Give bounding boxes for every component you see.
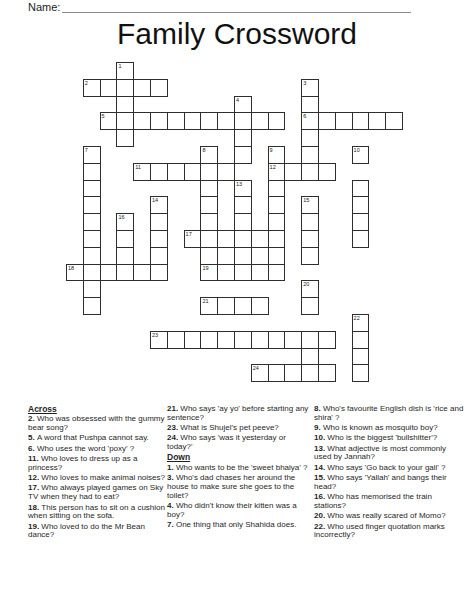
grid-cell-r1c3[interactable]: [116, 79, 134, 97]
grid-cell-r14c8[interactable]: 21: [200, 297, 218, 315]
clue-number: 22.: [314, 522, 327, 531]
cell-number-6: 6: [303, 113, 306, 119]
cell-number-21: 21: [202, 298, 208, 304]
clue-down-22: 22. Who used finger quotation marks inco…: [314, 523, 464, 541]
grid-cell-r8c17[interactable]: [352, 196, 370, 214]
cell-number-9: 9: [270, 147, 273, 153]
grid-cell-r5c8[interactable]: 8: [200, 146, 218, 164]
grid-cell-r0c3[interactable]: 1: [116, 62, 134, 80]
clue-down-14: 14. Who says 'Go back to your gali' ?: [314, 464, 464, 473]
clue-down-13: 13. What adjective is most commonly used…: [314, 445, 464, 463]
cell-number-4: 4: [236, 97, 239, 103]
grid-cell-r5c12[interactable]: 9: [268, 146, 286, 164]
grid-cell-r3c11[interactable]: [251, 112, 269, 130]
grid-cell-r3c6[interactable]: [167, 112, 185, 130]
grid-cell-r10c1[interactable]: [83, 230, 101, 248]
grid-cell-r16c10[interactable]: [234, 331, 252, 349]
grid-cell-r1c2[interactable]: [100, 79, 118, 97]
grid-cell-r16c6[interactable]: [167, 331, 185, 349]
grid-cell-r11c8[interactable]: [200, 247, 218, 265]
clue-down-20: 20. Who was really scared of Momo?: [314, 512, 464, 521]
grid-cell-r16c15[interactable]: [318, 331, 336, 349]
clue-across-18: 18. This person has to sit on a cushion …: [28, 504, 165, 522]
grid-cell-r18c17[interactable]: [352, 364, 370, 382]
grid-cell-r13c1[interactable]: [83, 280, 101, 298]
grid-cell-r3c12[interactable]: [268, 112, 286, 130]
grid-cell-r8c1[interactable]: [83, 196, 101, 214]
grid-cell-r10c5[interactable]: [150, 230, 168, 248]
grid-cell-r9c17[interactable]: [352, 213, 370, 231]
grid-cell-r12c1[interactable]: [83, 264, 101, 282]
grid-cell-r15c17[interactable]: 22: [352, 314, 370, 332]
grid-cell-r1c14[interactable]: 3: [301, 79, 319, 97]
clue-across-24: 24. Who says 'was it yesterday or today?…: [167, 434, 313, 452]
grid-cell-r18c14[interactable]: [301, 364, 319, 382]
cell-number-19: 19: [202, 265, 208, 271]
clue-column-2: 21. Who says 'ay yo' before starting any…: [167, 405, 313, 531]
clue-number: 10.: [314, 433, 327, 442]
grid-cell-r18c15[interactable]: [318, 364, 336, 382]
grid-cell-r12c11[interactable]: [251, 264, 269, 282]
grid-cell-r3c19[interactable]: [385, 112, 403, 130]
grid-cell-r14c1[interactable]: [83, 297, 101, 315]
clue-across-17: 17. Who always played games on Sky TV wh…: [28, 484, 165, 502]
grid-cell-r14c11[interactable]: [251, 297, 269, 315]
clue-number: 11.: [28, 454, 41, 463]
clue-number: 24.: [167, 433, 180, 442]
clue-number: 21.: [167, 404, 180, 413]
clue-across-23: 23. What is Shujel's pet peeve?: [167, 424, 313, 433]
grid-cell-r8c5[interactable]: 14: [150, 196, 168, 214]
grid-cell-r12c9[interactable]: [217, 264, 235, 282]
grid-cell-r11c3[interactable]: [116, 247, 134, 265]
grid-cell-r10c14[interactable]: [301, 230, 319, 248]
grid-cell-r9c10[interactable]: [234, 213, 252, 231]
cell-number-22: 22: [354, 315, 360, 321]
grid-cell-r4c3[interactable]: [116, 129, 134, 147]
clue-column-3: 8. Who's favourite English dish is 'rice…: [314, 405, 464, 542]
grid-cell-r11c14[interactable]: [301, 247, 319, 265]
cell-number-23: 23: [152, 332, 158, 338]
grid-cell-r7c10[interactable]: 13: [234, 180, 252, 198]
clue-number: 3.: [167, 473, 176, 482]
grid-cell-r8c8[interactable]: [200, 196, 218, 214]
grid-cell-r16c5[interactable]: 23: [150, 331, 168, 349]
clue-number: 14.: [314, 463, 327, 472]
clue-number: 17.: [28, 483, 41, 492]
clue-number: 20.: [314, 511, 327, 520]
grid-cell-r2c10[interactable]: 4: [234, 96, 252, 114]
grid-cell-r7c8[interactable]: [200, 180, 218, 198]
cell-number-7: 7: [85, 147, 88, 153]
grid-cell-r2c3[interactable]: [116, 96, 134, 114]
grid-cell-r6c9[interactable]: [217, 163, 235, 181]
clue-number: 6.: [28, 444, 37, 453]
grid-cell-r11c12[interactable]: [268, 247, 286, 265]
cell-number-10: 10: [354, 147, 360, 153]
grid-cell-r11c10[interactable]: [234, 247, 252, 265]
clue-column-1: Across2. Who was obsessed with the gummy…: [28, 405, 165, 542]
grid-cell-r10c8[interactable]: [200, 230, 218, 248]
across-header: Across: [28, 405, 165, 414]
grid-cell-r3c4[interactable]: [133, 112, 151, 130]
cell-number-8: 8: [202, 147, 205, 153]
grid-cell-r16c8[interactable]: [200, 331, 218, 349]
grid-cell-r12c12[interactable]: [268, 264, 286, 282]
down-header: Down: [167, 453, 313, 462]
grid-cell-r1c4[interactable]: [133, 79, 151, 97]
clue-down-4: 4. Who didn't know their kitten was a bo…: [167, 502, 313, 520]
crossword-page: Name: Family Crossword 12345678910111213…: [0, 0, 474, 613]
name-input-line[interactable]: [62, 12, 411, 13]
grid-cell-r6c4[interactable]: 11: [133, 163, 151, 181]
grid-cell-r3c5[interactable]: [150, 112, 168, 130]
grid-cell-r9c5[interactable]: [150, 213, 168, 231]
grid-cell-r5c10[interactable]: [234, 146, 252, 164]
cell-number-16: 16: [118, 214, 124, 220]
grid-cell-r3c17[interactable]: [352, 112, 370, 130]
grid-cell-r16c11[interactable]: [251, 331, 269, 349]
grid-cell-r10c9[interactable]: [217, 230, 235, 248]
grid-cell-r7c12[interactable]: [268, 180, 286, 198]
grid-cell-r6c5[interactable]: [150, 163, 168, 181]
clue-number: 23.: [167, 423, 180, 432]
clue-number: 8.: [314, 404, 323, 413]
grid-cell-r16c7[interactable]: [184, 331, 202, 349]
grid-cell-r11c5[interactable]: [150, 247, 168, 265]
clue-number: 15.: [314, 473, 327, 482]
grid-cell-r9c1[interactable]: [83, 213, 101, 231]
clue-down-3: 3. Who's dad chases her around the house…: [167, 474, 313, 500]
grid-cell-r8c14[interactable]: 15: [301, 196, 319, 214]
grid-cell-r10c10[interactable]: [234, 230, 252, 248]
grid-cell-r10c17[interactable]: [352, 230, 370, 248]
grid-cell-r9c14[interactable]: [301, 213, 319, 231]
clue-number: 2.: [28, 414, 37, 423]
grid-cell-r8c12[interactable]: [268, 196, 286, 214]
grid-cell-r12c0[interactable]: 18: [66, 264, 84, 282]
clue-across-11: 11. Who loves to dress up as a princess?: [28, 455, 165, 473]
grid-cell-r12c4[interactable]: [133, 264, 151, 282]
grid-cell-r6c13[interactable]: [284, 163, 302, 181]
cell-number-11: 11: [135, 164, 141, 170]
cell-number-15: 15: [303, 197, 309, 203]
grid-cell-r9c8[interactable]: [200, 213, 218, 231]
grid-cell-r14c10[interactable]: [234, 297, 252, 315]
grid-cell-r7c17[interactable]: [352, 180, 370, 198]
name-row: Name:: [28, 1, 412, 15]
cell-number-13: 13: [236, 181, 242, 187]
clue-number: 16.: [314, 492, 327, 501]
grid-cell-r14c14[interactable]: [301, 297, 319, 315]
clue-number: 18.: [28, 503, 41, 512]
clue-across-5: 5. A word that Pushpa cannot say.: [28, 434, 165, 443]
grid-cell-r5c14[interactable]: [301, 146, 319, 164]
grid-cell-r6c15[interactable]: [318, 163, 336, 181]
grid-cell-r4c14[interactable]: [301, 129, 319, 147]
grid-cell-r3c15[interactable]: [318, 112, 336, 130]
clue-down-10: 10. Who is the biggest 'bullshitter'?: [314, 434, 464, 443]
clue-down-7: 7. One thing that only Shahida does.: [167, 521, 313, 530]
grid-cell-r8c10[interactable]: [234, 196, 252, 214]
grid-cell-r6c14[interactable]: [301, 163, 319, 181]
grid-cell-r3c7[interactable]: [184, 112, 202, 130]
grid-cell-r9c12[interactable]: [268, 213, 286, 231]
clue-down-16: 16. Who has memorised the train stations…: [314, 493, 464, 511]
grid-cell-r10c3[interactable]: [116, 230, 134, 248]
grid-cell-r3c8[interactable]: [200, 112, 218, 130]
clue-number: 12.: [28, 473, 41, 482]
grid-cell-r3c10[interactable]: [234, 112, 252, 130]
grid-cell-r18c13[interactable]: [284, 364, 302, 382]
clue-number: 19.: [28, 522, 41, 531]
grid-cell-r16c9[interactable]: [217, 331, 235, 349]
clue-down-8: 8. Who's favourite English dish is 'rice…: [314, 405, 464, 423]
grid-cell-r16c14[interactable]: [301, 331, 319, 349]
clue-down-1: 1. Who wants to be the 'sweet bhaiya' ?: [167, 464, 313, 473]
grid-cell-r3c18[interactable]: [368, 112, 386, 130]
grid-cell-r6c8[interactable]: [200, 163, 218, 181]
grid-cell-r3c2[interactable]: 5: [100, 112, 118, 130]
grid-cell-r5c17[interactable]: 10: [352, 146, 370, 164]
grid-cell-r6c6[interactable]: [167, 163, 185, 181]
grid-cell-r6c1[interactable]: [83, 163, 101, 181]
grid-cell-r12c10[interactable]: [234, 264, 252, 282]
grid-cell-r3c16[interactable]: [335, 112, 353, 130]
grid-cell-r12c8[interactable]: 19: [200, 264, 218, 282]
cell-number-3: 3: [303, 80, 306, 86]
cell-number-20: 20: [303, 281, 309, 287]
cell-number-12: 12: [270, 164, 276, 170]
grid-cell-r17c17[interactable]: [352, 348, 370, 366]
grid-cell-r3c9[interactable]: [217, 112, 235, 130]
grid-cell-r2c14[interactable]: [301, 96, 319, 114]
grid-cell-r10c11[interactable]: [251, 230, 269, 248]
grid-cell-r6c7[interactable]: [184, 163, 202, 181]
name-label: Name:: [28, 1, 60, 13]
grid-cell-r17c14[interactable]: [301, 348, 319, 366]
clue-number: 1.: [167, 463, 176, 472]
grid-cell-r10c12[interactable]: [268, 230, 286, 248]
cell-number-1: 1: [118, 63, 121, 69]
clue-number: 7.: [167, 520, 176, 529]
clue-number: 9.: [314, 423, 323, 432]
grid-cell-r11c1[interactable]: [83, 247, 101, 265]
grid-cell-r6c12[interactable]: 12: [268, 163, 286, 181]
grid-cell-r13c14[interactable]: 20: [301, 280, 319, 298]
cell-number-5: 5: [102, 113, 105, 119]
grid-cell-r18c11[interactable]: 24: [251, 364, 269, 382]
grid-cell-r14c9[interactable]: [217, 297, 235, 315]
clue-down-15: 15. Who says 'Yallah' and bangs their he…: [314, 474, 464, 492]
cell-number-2: 2: [85, 80, 88, 86]
clue-across-12: 12. Who loves to make animal noises?: [28, 474, 165, 483]
grid-cell-r12c2[interactable]: [100, 264, 118, 282]
clue-number: 5.: [28, 433, 37, 442]
cell-number-18: 18: [68, 265, 74, 271]
grid-cell-r3c3[interactable]: [116, 112, 134, 130]
clue-across-6: 6. Who uses the word 'poxy' ?: [28, 445, 165, 454]
grid-cell-r12c3[interactable]: [116, 264, 134, 282]
grid-cell-r16c13[interactable]: [284, 331, 302, 349]
clue-across-2: 2. Who was obsessed with the gummy bear …: [28, 415, 165, 433]
cell-number-24: 24: [253, 365, 259, 371]
grid-cell-r10c7[interactable]: 17: [184, 230, 202, 248]
grid-cell-r18c12[interactable]: [268, 364, 286, 382]
cell-number-17: 17: [186, 231, 192, 237]
grid-cell-r12c5[interactable]: [150, 264, 168, 282]
grid-cell-r4c10[interactable]: [234, 129, 252, 147]
grid-cell-r5c1[interactable]: 7: [83, 146, 101, 164]
page-title: Family Crossword: [0, 17, 474, 51]
grid-cell-r1c5[interactable]: [150, 79, 168, 97]
grid-cell-r16c12[interactable]: [268, 331, 286, 349]
clue-down-9: 9. Who is known as mosquito boy?: [314, 424, 464, 433]
clue-number: 4.: [167, 501, 176, 510]
grid-cell-r7c1[interactable]: [83, 180, 101, 198]
grid-cell-r1c1[interactable]: 2: [83, 79, 101, 97]
clue-number: 13.: [314, 444, 327, 453]
grid-cell-r16c17[interactable]: [352, 331, 370, 349]
grid-cell-r9c3[interactable]: 16: [116, 213, 134, 231]
grid-cell-r3c14[interactable]: 6: [301, 112, 319, 130]
clue-across-19: 19. Who loved to do the Mr Bean dance?: [28, 523, 165, 541]
clue-across-21: 21. Who says 'ay yo' before starting any…: [167, 405, 313, 423]
cell-number-14: 14: [152, 197, 158, 203]
